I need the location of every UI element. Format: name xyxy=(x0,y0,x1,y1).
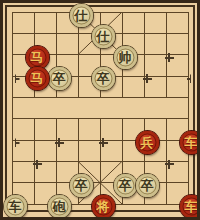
piece-tan-advisor[interactable]: 仕 xyxy=(92,25,115,48)
point-marker xyxy=(165,53,174,62)
piece-tan-cannon[interactable]: 砲 xyxy=(48,195,71,218)
piece-tan-chariot[interactable]: 车 xyxy=(4,195,27,218)
point-marker xyxy=(33,160,42,169)
piece-tan-pawn[interactable]: 卒 xyxy=(114,174,137,197)
xiangqi-board: 仕仕帅卒卒卒卒卒车砲马马兵车将车 xyxy=(0,0,200,220)
piece-tan-advisor[interactable]: 仕 xyxy=(70,4,93,27)
point-marker xyxy=(143,74,152,83)
piece-tan-pawn[interactable]: 卒 xyxy=(48,67,71,90)
piece-tan-king[interactable]: 帅 xyxy=(114,46,137,69)
piece-red-horse[interactable]: 马 xyxy=(26,46,49,69)
piece-red-pawn[interactable]: 兵 xyxy=(136,131,159,154)
point-marker xyxy=(99,138,108,147)
piece-red-horse[interactable]: 马 xyxy=(26,67,49,90)
piece-tan-pawn[interactable]: 卒 xyxy=(136,174,159,197)
piece-tan-pawn[interactable]: 卒 xyxy=(70,174,93,197)
point-marker xyxy=(55,138,64,147)
piece-tan-pawn[interactable]: 卒 xyxy=(92,67,115,90)
piece-red-king[interactable]: 将 xyxy=(92,195,115,218)
point-marker xyxy=(165,160,174,169)
